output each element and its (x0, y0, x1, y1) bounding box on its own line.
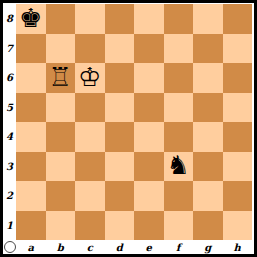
square-d6[interactable] (105, 63, 135, 93)
square-c6[interactable]: ♔ (75, 63, 105, 93)
chess-board: ♚♖♔♞ (16, 4, 252, 240)
square-h2[interactable] (223, 181, 253, 211)
file-label-c: c (75, 240, 105, 254)
square-e7[interactable] (134, 34, 164, 64)
black-king: ♚ (19, 5, 42, 31)
square-h4[interactable] (223, 122, 253, 152)
square-c4[interactable] (75, 122, 105, 152)
file-label-f: f (164, 240, 194, 254)
rank-label-3: 3 (3, 152, 16, 182)
square-d7[interactable] (105, 34, 135, 64)
square-g7[interactable] (193, 34, 223, 64)
square-e8[interactable] (134, 4, 164, 34)
square-f7[interactable] (164, 34, 194, 64)
square-f5[interactable] (164, 93, 194, 123)
square-b4[interactable] (46, 122, 76, 152)
square-c1[interactable] (75, 211, 105, 241)
square-a3[interactable] (16, 152, 46, 182)
square-h1[interactable] (223, 211, 253, 241)
square-f4[interactable] (164, 122, 194, 152)
square-a2[interactable] (16, 181, 46, 211)
square-b1[interactable] (46, 211, 76, 241)
square-d4[interactable] (105, 122, 135, 152)
square-b3[interactable] (46, 152, 76, 182)
square-e4[interactable] (134, 122, 164, 152)
square-h7[interactable] (223, 34, 253, 64)
square-g8[interactable] (193, 4, 223, 34)
rank-label-4: 4 (3, 122, 16, 152)
square-g1[interactable] (193, 211, 223, 241)
square-g4[interactable] (193, 122, 223, 152)
square-c2[interactable] (75, 181, 105, 211)
chess-diagram: ♚♖♔♞ 87654321 abcdefgh (0, 0, 257, 257)
white-to-move-indicator (4, 241, 16, 253)
rank-label-2: 2 (3, 181, 16, 211)
white-king: ♔ (78, 64, 101, 90)
square-d2[interactable] (105, 181, 135, 211)
square-c7[interactable] (75, 34, 105, 64)
square-c8[interactable] (75, 4, 105, 34)
square-a8[interactable]: ♚ (16, 4, 46, 34)
square-d1[interactable] (105, 211, 135, 241)
square-f3[interactable]: ♞ (164, 152, 194, 182)
square-f2[interactable] (164, 181, 194, 211)
square-a4[interactable] (16, 122, 46, 152)
rank-label-7: 7 (3, 34, 16, 64)
square-d3[interactable] (105, 152, 135, 182)
square-g5[interactable] (193, 93, 223, 123)
square-e3[interactable] (134, 152, 164, 182)
square-h6[interactable] (223, 63, 253, 93)
file-label-a: a (16, 240, 46, 254)
square-f1[interactable] (164, 211, 194, 241)
black-knight: ♞ (167, 152, 190, 178)
square-a1[interactable] (16, 211, 46, 241)
square-d5[interactable] (105, 93, 135, 123)
square-b6[interactable]: ♖ (46, 63, 76, 93)
square-c5[interactable] (75, 93, 105, 123)
square-g6[interactable] (193, 63, 223, 93)
rank-label-5: 5 (3, 93, 16, 123)
square-b2[interactable] (46, 181, 76, 211)
rank-label-1: 1 (3, 211, 16, 241)
square-e1[interactable] (134, 211, 164, 241)
square-c3[interactable] (75, 152, 105, 182)
square-h5[interactable] (223, 93, 253, 123)
square-a6[interactable] (16, 63, 46, 93)
file-label-g: g (193, 240, 223, 254)
white-rook: ♖ (49, 64, 72, 90)
square-g2[interactable] (193, 181, 223, 211)
square-b5[interactable] (46, 93, 76, 123)
square-f8[interactable] (164, 4, 194, 34)
square-h3[interactable] (223, 152, 253, 182)
rank-labels: 87654321 (3, 4, 16, 240)
square-d8[interactable] (105, 4, 135, 34)
square-e2[interactable] (134, 181, 164, 211)
file-label-e: e (134, 240, 164, 254)
square-g3[interactable] (193, 152, 223, 182)
file-label-b: b (46, 240, 76, 254)
square-e6[interactable] (134, 63, 164, 93)
square-a5[interactable] (16, 93, 46, 123)
file-labels: abcdefgh (16, 240, 252, 254)
file-label-d: d (105, 240, 135, 254)
rank-label-6: 6 (3, 63, 16, 93)
file-label-h: h (223, 240, 253, 254)
rank-label-8: 8 (3, 4, 16, 34)
square-b7[interactable] (46, 34, 76, 64)
square-b8[interactable] (46, 4, 76, 34)
square-f6[interactable] (164, 63, 194, 93)
square-e5[interactable] (134, 93, 164, 123)
square-a7[interactable] (16, 34, 46, 64)
square-h8[interactable] (223, 4, 253, 34)
